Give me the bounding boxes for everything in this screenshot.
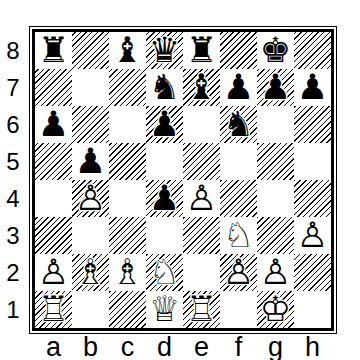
square-g1[interactable]: ♚♔ <box>257 291 294 328</box>
file-label-b: b <box>72 333 109 360</box>
piece-glyph: ♟ <box>257 69 294 106</box>
square-c5[interactable] <box>109 143 146 180</box>
piece-glyph: ♙ <box>220 254 257 291</box>
white-knight-f3[interactable]: ♞♘ <box>220 217 257 254</box>
square-f8[interactable] <box>220 32 257 69</box>
square-h5[interactable] <box>294 143 331 180</box>
square-b4[interactable]: ♟♙ <box>72 180 109 217</box>
white-rook-e1[interactable]: ♜♖ <box>183 291 220 328</box>
black-pawn-a6[interactable]: ♟♟ <box>35 106 72 143</box>
black-knight-d7[interactable]: ♞♞ <box>146 69 183 106</box>
square-d3[interactable] <box>146 217 183 254</box>
rank-label-2: 2 <box>1 254 25 291</box>
black-pawn-d4[interactable]: ♟♟ <box>146 180 183 217</box>
square-f7[interactable]: ♟♟ <box>220 69 257 106</box>
square-a1[interactable]: ♜♖ <box>35 291 72 328</box>
square-e7[interactable]: ♝♝ <box>183 69 220 106</box>
square-e2[interactable] <box>183 254 220 291</box>
square-b5[interactable]: ♟♟ <box>72 143 109 180</box>
square-d8[interactable]: ♛♛ <box>146 32 183 69</box>
piece-glyph: ♟ <box>72 143 109 180</box>
square-d1[interactable]: ♛♕ <box>146 291 183 328</box>
piece-glyph: ♚ <box>257 32 294 69</box>
white-king-g1[interactable]: ♚♔ <box>257 291 294 328</box>
square-h2[interactable] <box>294 254 331 291</box>
square-a2[interactable]: ♟♙ <box>35 254 72 291</box>
square-f4[interactable] <box>220 180 257 217</box>
square-c1[interactable] <box>109 291 146 328</box>
black-knight-f6[interactable]: ♞♞ <box>220 106 257 143</box>
square-a8[interactable]: ♜♜ <box>35 32 72 69</box>
square-b3[interactable] <box>72 217 109 254</box>
square-e8[interactable]: ♜♜ <box>183 32 220 69</box>
square-d5[interactable] <box>146 143 183 180</box>
square-f5[interactable] <box>220 143 257 180</box>
rank-label-5: 5 <box>1 143 25 180</box>
file-label-c: c <box>109 333 146 360</box>
piece-glyph: ♗ <box>109 254 146 291</box>
square-c4[interactable] <box>109 180 146 217</box>
rank-label-8: 8 <box>1 32 25 69</box>
white-rook-a1[interactable]: ♜♖ <box>35 291 72 328</box>
square-a3[interactable] <box>35 217 72 254</box>
square-h1[interactable] <box>294 291 331 328</box>
square-g7[interactable]: ♟♟ <box>257 69 294 106</box>
file-label-h: h <box>294 333 331 360</box>
piece-glyph: ♙ <box>294 217 331 254</box>
piece-glyph: ♖ <box>35 291 72 328</box>
square-e4[interactable]: ♟♙ <box>183 180 220 217</box>
piece-glyph: ♕ <box>146 291 183 328</box>
piece-glyph: ♘ <box>146 254 183 291</box>
white-pawn-a2[interactable]: ♟♙ <box>35 254 72 291</box>
piece-glyph: ♛ <box>146 32 183 69</box>
black-rook-a8[interactable]: ♜♜ <box>35 32 72 69</box>
square-g8[interactable]: ♚♚ <box>257 32 294 69</box>
black-pawn-h7[interactable]: ♟♟ <box>294 69 331 106</box>
rank-label-3: 3 <box>1 217 25 254</box>
piece-glyph: ♖ <box>183 291 220 328</box>
square-b6[interactable] <box>72 106 109 143</box>
square-b1[interactable] <box>72 291 109 328</box>
square-a6[interactable]: ♟♟ <box>35 106 72 143</box>
square-e6[interactable] <box>183 106 220 143</box>
square-e1[interactable]: ♜♖ <box>183 291 220 328</box>
chess-diagram: 87654321 ♜♜♝♝♛♛♜♜♚♚♞♞♝♝♟♟♟♟♟♟♟♟♟♟♞♞♟♟♟♙♟… <box>0 0 360 360</box>
square-d6[interactable]: ♟♟ <box>146 106 183 143</box>
board-frame: ♜♜♝♝♛♛♜♜♚♚♞♞♝♝♟♟♟♟♟♟♟♟♟♟♞♞♟♟♟♙♟♟♟♙♞♘♟♙♟♙… <box>29 26 337 334</box>
square-g5[interactable] <box>257 143 294 180</box>
square-h8[interactable] <box>294 32 331 69</box>
white-pawn-h3[interactable]: ♟♙ <box>294 217 331 254</box>
square-a4[interactable] <box>35 180 72 217</box>
white-pawn-e4[interactable]: ♟♙ <box>183 180 220 217</box>
white-queen-d1[interactable]: ♛♕ <box>146 291 183 328</box>
square-b8[interactable] <box>72 32 109 69</box>
square-a5[interactable] <box>35 143 72 180</box>
piece-glyph: ♙ <box>257 254 294 291</box>
file-label-f: f <box>220 333 257 360</box>
square-e5[interactable] <box>183 143 220 180</box>
rank-label-1: 1 <box>1 291 25 328</box>
square-e3[interactable] <box>183 217 220 254</box>
square-g4[interactable] <box>257 180 294 217</box>
black-rook-e8[interactable]: ♜♜ <box>183 32 220 69</box>
rank-label-6: 6 <box>1 106 25 143</box>
square-d4[interactable]: ♟♟ <box>146 180 183 217</box>
square-d2[interactable]: ♞♘ <box>146 254 183 291</box>
piece-glyph: ♘ <box>220 217 257 254</box>
square-a7[interactable] <box>35 69 72 106</box>
black-king-g8[interactable]: ♚♚ <box>257 32 294 69</box>
file-label-a: a <box>35 333 72 360</box>
square-c6[interactable] <box>109 106 146 143</box>
piece-glyph: ♜ <box>35 32 72 69</box>
piece-glyph: ♟ <box>35 106 72 143</box>
square-c3[interactable] <box>109 217 146 254</box>
piece-glyph: ♔ <box>257 291 294 328</box>
board-border: ♜♜♝♝♛♛♜♜♚♚♞♞♝♝♟♟♟♟♟♟♟♟♟♟♞♞♟♟♟♙♟♟♟♙♞♘♟♙♟♙… <box>32 29 334 331</box>
file-label-d: d <box>146 333 183 360</box>
square-g6[interactable] <box>257 106 294 143</box>
piece-glyph: ♟ <box>146 106 183 143</box>
piece-glyph: ♟ <box>146 180 183 217</box>
black-pawn-g7[interactable]: ♟♟ <box>257 69 294 106</box>
square-f1[interactable] <box>220 291 257 328</box>
white-pawn-b4[interactable]: ♟♙ <box>72 180 109 217</box>
square-d7[interactable]: ♞♞ <box>146 69 183 106</box>
piece-glyph: ♗ <box>72 254 109 291</box>
square-h3[interactable]: ♟♙ <box>294 217 331 254</box>
square-c7[interactable] <box>109 69 146 106</box>
white-knight-d2[interactable]: ♞♘ <box>146 254 183 291</box>
piece-glyph: ♙ <box>183 180 220 217</box>
square-b7[interactable] <box>72 69 109 106</box>
file-label-e: e <box>183 333 220 360</box>
black-bishop-e7[interactable]: ♝♝ <box>183 69 220 106</box>
piece-glyph: ♙ <box>72 180 109 217</box>
square-f3[interactable]: ♞♘ <box>220 217 257 254</box>
piece-glyph: ♟ <box>294 69 331 106</box>
rank-label-7: 7 <box>1 69 25 106</box>
square-c8[interactable]: ♝♝ <box>109 32 146 69</box>
black-pawn-d6[interactable]: ♟♟ <box>146 106 183 143</box>
black-bishop-c8[interactable]: ♝♝ <box>109 32 146 69</box>
piece-glyph: ♞ <box>220 106 257 143</box>
file-label-g: g <box>257 333 294 360</box>
white-pawn-g2[interactable]: ♟♙ <box>257 254 294 291</box>
white-pawn-f2[interactable]: ♟♙ <box>220 254 257 291</box>
rank-label-4: 4 <box>1 180 25 217</box>
square-c2[interactable]: ♝♗ <box>109 254 146 291</box>
square-g3[interactable] <box>257 217 294 254</box>
black-pawn-b5[interactable]: ♟♟ <box>72 143 109 180</box>
piece-glyph: ♝ <box>109 32 146 69</box>
square-g2[interactable]: ♟♙ <box>257 254 294 291</box>
piece-glyph: ♟ <box>220 69 257 106</box>
white-bishop-b2[interactable]: ♝♗ <box>72 254 109 291</box>
square-f6[interactable]: ♞♞ <box>220 106 257 143</box>
chess-board: ♜♜♝♝♛♛♜♜♚♚♞♞♝♝♟♟♟♟♟♟♟♟♟♟♞♞♟♟♟♙♟♟♟♙♞♘♟♙♟♙… <box>35 32 331 328</box>
square-f2[interactable]: ♟♙ <box>220 254 257 291</box>
piece-glyph: ♙ <box>35 254 72 291</box>
square-h4[interactable] <box>294 180 331 217</box>
piece-glyph: ♜ <box>183 32 220 69</box>
white-bishop-c2[interactable]: ♝♗ <box>109 254 146 291</box>
square-h6[interactable] <box>294 106 331 143</box>
square-b2[interactable]: ♝♗ <box>72 254 109 291</box>
piece-glyph: ♞ <box>146 69 183 106</box>
black-queen-d8[interactable]: ♛♛ <box>146 32 183 69</box>
square-h7[interactable]: ♟♟ <box>294 69 331 106</box>
black-pawn-f7[interactable]: ♟♟ <box>220 69 257 106</box>
piece-glyph: ♝ <box>183 69 220 106</box>
